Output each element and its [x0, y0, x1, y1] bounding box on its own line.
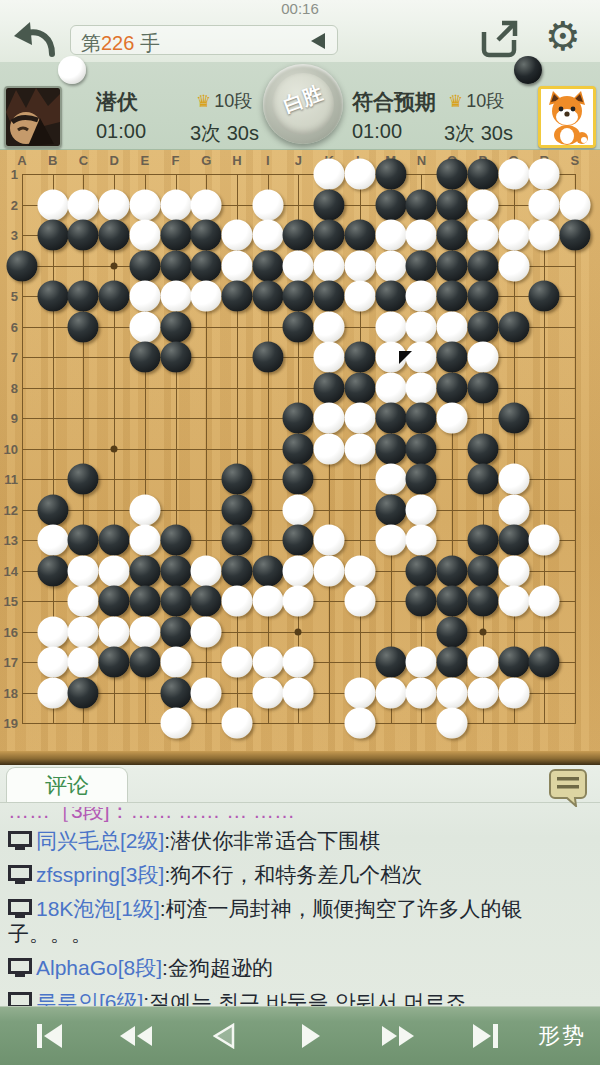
- stone-black: [467, 433, 498, 464]
- stone-white: [498, 494, 529, 525]
- stone-white: [406, 220, 437, 251]
- coord-row-label: 8: [0, 380, 18, 395]
- stone-white: [375, 525, 406, 556]
- stone-black: [129, 342, 160, 373]
- stone-black: [314, 281, 345, 312]
- stone-black: [160, 616, 191, 647]
- step-back-button[interactable]: [189, 1014, 259, 1058]
- stone-white: [344, 677, 375, 708]
- left-player-rank: ♛10段: [196, 89, 252, 113]
- player-bar: 潜伏 ♛10段 01:00 3次 30s 白胜 符合预期 ♛10段 01:00 …: [0, 62, 600, 150]
- stone-black: [498, 403, 529, 434]
- stone-black: [68, 525, 99, 556]
- coord-row-label: 16: [0, 624, 18, 639]
- tab-comments[interactable]: 评论: [6, 767, 128, 803]
- stone-white: [437, 708, 468, 739]
- stone-black: [406, 403, 437, 434]
- stone-black: [37, 220, 68, 251]
- stone-white: [68, 616, 99, 647]
- stone-black: [222, 281, 253, 312]
- stone-black: [222, 525, 253, 556]
- stone-white: [283, 555, 314, 586]
- stone-black: [375, 494, 406, 525]
- coord-column-label: F: [166, 153, 186, 168]
- grid-line-h: [22, 723, 576, 724]
- stone-white: [37, 647, 68, 678]
- coord-column-label: I: [258, 153, 278, 168]
- stone-white: [191, 281, 222, 312]
- stone-white: [222, 220, 253, 251]
- stone-white: [160, 281, 191, 312]
- monitor-icon: [8, 992, 32, 1006]
- stone-white: [406, 647, 437, 678]
- stone-white: [467, 189, 498, 220]
- stone-black: [406, 586, 437, 617]
- comment-user: AlphaGo[8段]: [36, 956, 162, 979]
- comment-message: zfsspring[3段]:狗不行，和特务差几个档次: [8, 862, 592, 887]
- stone-black: [437, 250, 468, 281]
- stone-white: [375, 372, 406, 403]
- coord-row-label: 2: [0, 197, 18, 212]
- stone-white: [467, 647, 498, 678]
- stone-white: [498, 159, 529, 190]
- coord-row-label: 11: [0, 472, 18, 487]
- stone-white: [498, 250, 529, 281]
- stone-black: [252, 555, 283, 586]
- stone-black: [252, 281, 283, 312]
- settings-button[interactable]: ⚙: [540, 10, 586, 62]
- stone-black: [99, 220, 130, 251]
- monitor-icon: [8, 899, 32, 919]
- coord-column-label: H: [227, 153, 247, 168]
- stone-white: [283, 647, 314, 678]
- stone-white: [191, 616, 222, 647]
- stone-black: [99, 525, 130, 556]
- stone-white: [344, 433, 375, 464]
- stone-white: [498, 586, 529, 617]
- stone-black: [160, 677, 191, 708]
- stone-white: [37, 616, 68, 647]
- stone-white: [437, 677, 468, 708]
- stone-white: [283, 250, 314, 281]
- stone-black: [68, 281, 99, 312]
- coord-row-label: 10: [0, 441, 18, 456]
- stone-black: [191, 586, 222, 617]
- stone-black: [375, 159, 406, 190]
- rewind-icon: [137, 1026, 152, 1046]
- comment-user: 同兴毛总[2级]: [36, 829, 164, 852]
- stone-black: [406, 464, 437, 495]
- stone-black: [406, 433, 437, 464]
- stone-white: [129, 616, 160, 647]
- stone-black: [498, 311, 529, 342]
- stone-black: [529, 281, 560, 312]
- gear-icon: ⚙: [545, 14, 581, 58]
- comment-message: 18K泡泡[1级]:柯渣一局封神，顺便掏空了许多人的银子。。。: [8, 896, 592, 946]
- stone-white: [344, 403, 375, 434]
- stone-black: [467, 464, 498, 495]
- stone-black: [160, 525, 191, 556]
- stone-black: [160, 220, 191, 251]
- move-number: 226: [101, 32, 134, 54]
- comments-panel: 评论 ……［3段]：…… …… … …… 同兴毛总[2级]:潜伏你非常适合下围棋…: [0, 765, 600, 1006]
- comment-message: 루루인[6级]:절예는 최근 바둑을 안둬서 머르죠: [8, 989, 592, 1006]
- left-player-time: 01:00: [96, 120, 146, 143]
- coord-row-label: 7: [0, 350, 18, 365]
- stone-white: [314, 403, 345, 434]
- stone-white: [559, 189, 590, 220]
- stone-black: [191, 250, 222, 281]
- stone-white: [406, 677, 437, 708]
- stone-white: [467, 677, 498, 708]
- comment-text: :金狗超逊的: [162, 956, 273, 979]
- stone-black: [222, 464, 253, 495]
- stone-black: [437, 555, 468, 586]
- comment-text: :潜伏你非常适合下围棋: [164, 829, 380, 852]
- stone-white: [222, 586, 253, 617]
- stone-black: [283, 281, 314, 312]
- monitor-icon: [8, 865, 32, 885]
- stone-white: [160, 647, 191, 678]
- stone-black: [437, 342, 468, 373]
- left-player-name: 潜伏: [96, 88, 138, 116]
- fast-forward-icon: [382, 1026, 397, 1046]
- stone-white: [467, 342, 498, 373]
- stone-black: [375, 189, 406, 220]
- stone-white: [529, 525, 560, 556]
- crown-icon: ♛: [448, 92, 463, 111]
- stone-white: [314, 433, 345, 464]
- share-icon: [476, 16, 522, 62]
- stone-black: [375, 647, 406, 678]
- stone-white: [68, 586, 99, 617]
- skip-to-end-button[interactable]: [451, 1014, 521, 1058]
- tab-divider: [0, 802, 600, 803]
- stone-black: [314, 372, 345, 403]
- stone-white: [314, 525, 345, 556]
- stone-black: [37, 281, 68, 312]
- stone-black: [191, 220, 222, 251]
- stone-white: [129, 311, 160, 342]
- stone-white: [37, 677, 68, 708]
- stone-black: [406, 250, 437, 281]
- stone-white: [129, 494, 160, 525]
- stone-black: [375, 403, 406, 434]
- stone-white: [375, 220, 406, 251]
- stone-white: [129, 220, 160, 251]
- stone-white: [283, 494, 314, 525]
- stone-white: [529, 189, 560, 220]
- coord-row-label: 12: [0, 502, 18, 517]
- stone-white: [252, 677, 283, 708]
- coord-row-label: 19: [0, 716, 18, 731]
- stone-white: [498, 220, 529, 251]
- back-button[interactable]: [8, 14, 60, 60]
- stone-white: [529, 159, 560, 190]
- stone-white: [467, 220, 498, 251]
- stone-white: [68, 647, 99, 678]
- stone-black: [68, 311, 99, 342]
- stone-black: [437, 220, 468, 251]
- stone-black: [498, 647, 529, 678]
- stone-white: [99, 189, 130, 220]
- move-suffix: 手: [134, 32, 160, 54]
- stone-white: [375, 311, 406, 342]
- stone-white: [314, 311, 345, 342]
- stone-white: [37, 189, 68, 220]
- stone-white: [344, 586, 375, 617]
- coord-row-label: 1: [0, 167, 18, 182]
- stone-white: [222, 708, 253, 739]
- stone-black: [467, 250, 498, 281]
- stone-black: [437, 586, 468, 617]
- stone-black: [406, 555, 437, 586]
- star-point: [111, 262, 118, 269]
- stone-black: [529, 647, 560, 678]
- stone-white: [222, 250, 253, 281]
- stone-black: [406, 189, 437, 220]
- right-player-rank: ♛10段: [448, 89, 504, 113]
- stone-black: [437, 647, 468, 678]
- white-stone-badge: [58, 56, 86, 84]
- left-avatar-image: [6, 88, 60, 146]
- comment-text: :狗不行，和特务差几个档次: [164, 863, 422, 886]
- stone-white: [529, 586, 560, 617]
- stone-black: [160, 311, 191, 342]
- stone-white: [406, 311, 437, 342]
- comment-user: 18K泡泡[1级]: [36, 897, 160, 920]
- stone-white: [191, 555, 222, 586]
- go-board[interactable]: ABCDEFGHIJKLMNOPQRS123456789101112131415…: [0, 150, 600, 765]
- comment-message: AlphaGo[8段]:金狗超逊的: [8, 955, 592, 980]
- share-button[interactable]: [476, 16, 522, 62]
- stone-white: [375, 677, 406, 708]
- stone-black: [99, 586, 130, 617]
- stone-white: [344, 281, 375, 312]
- stone-white: [344, 250, 375, 281]
- result-button[interactable]: 白胜: [263, 64, 343, 144]
- coord-row-label: 18: [0, 685, 18, 700]
- stone-black: [99, 647, 130, 678]
- stone-white: [129, 525, 160, 556]
- monitor-icon: [8, 831, 32, 851]
- left-player-byoyomi: 3次 30s: [190, 120, 259, 147]
- stone-black: [467, 586, 498, 617]
- star-point: [111, 445, 118, 452]
- coord-row-label: 15: [0, 594, 18, 609]
- stone-white: [283, 677, 314, 708]
- stone-white: [406, 372, 437, 403]
- coord-row-label: 17: [0, 655, 18, 670]
- right-player-time: 01:00: [352, 120, 402, 143]
- stone-black: [283, 403, 314, 434]
- chat-bubble-icon: [546, 769, 590, 807]
- stone-black: [437, 372, 468, 403]
- clock-time: 00:16: [281, 0, 319, 17]
- stone-black: [37, 494, 68, 525]
- stone-white: [252, 189, 283, 220]
- stone-white: [375, 464, 406, 495]
- stone-black: [437, 281, 468, 312]
- stone-white: [191, 677, 222, 708]
- stone-white: [437, 403, 468, 434]
- star-point: [295, 628, 302, 635]
- coord-row-label: 9: [0, 411, 18, 426]
- skip-to-start-button[interactable]: [14, 1014, 84, 1058]
- stone-white: [344, 708, 375, 739]
- stone-black: [7, 250, 38, 281]
- stone-white: [406, 281, 437, 312]
- grid-line-v: [575, 174, 576, 723]
- stone-black: [283, 433, 314, 464]
- clipped-message: ……［3段]：…… …… … ……: [8, 807, 592, 822]
- stone-black: [559, 220, 590, 251]
- board-bottom-edge: [0, 751, 600, 765]
- stone-black: [344, 342, 375, 373]
- stone-black: [467, 555, 498, 586]
- comment-user: zfsspring[3段]: [36, 863, 164, 886]
- stone-white: [406, 494, 437, 525]
- stone-white: [252, 586, 283, 617]
- stone-white: [252, 220, 283, 251]
- right-player-byoyomi: 3次 30s: [444, 120, 513, 147]
- stone-black: [467, 311, 498, 342]
- stone-white: [498, 464, 529, 495]
- step-back-icon: [213, 1023, 235, 1049]
- step-forward-button[interactable]: [276, 1014, 346, 1058]
- stone-white: [375, 250, 406, 281]
- coord-row-label: 5: [0, 289, 18, 304]
- stone-black: [467, 159, 498, 190]
- stone-white: [160, 189, 191, 220]
- stone-black: [437, 159, 468, 190]
- stone-white: [99, 555, 130, 586]
- fast-forward-button[interactable]: [363, 1014, 433, 1058]
- stone-white: [160, 708, 191, 739]
- situation-button[interactable]: 形势: [538, 1021, 586, 1051]
- comment-user: 루루인[6级]: [36, 990, 143, 1006]
- left-player-avatar[interactable]: [4, 86, 62, 148]
- fox-avatar-image: [541, 89, 593, 145]
- stone-white: [129, 281, 160, 312]
- comments-list[interactable]: ……［3段]：…… …… … …… 同兴毛总[2级]:潜伏你非常适合下围棋zfs…: [0, 805, 600, 1006]
- stone-black: [314, 189, 345, 220]
- skip-start-icon: [44, 1024, 62, 1048]
- coord-row-label: 6: [0, 319, 18, 334]
- stone-black: [222, 555, 253, 586]
- stone-white: [314, 555, 345, 586]
- stone-black: [314, 220, 345, 251]
- stone-white: [283, 586, 314, 617]
- stone-white: [129, 189, 160, 220]
- right-player-name: 符合预期: [352, 88, 436, 116]
- stone-black: [160, 555, 191, 586]
- fast-rewind-button[interactable]: [101, 1014, 171, 1058]
- bar-icon: [493, 1024, 498, 1048]
- coord-column-label: S: [565, 153, 585, 168]
- app-screen: 00:16 第226 手 ⚙: [0, 0, 600, 1065]
- comment-message: 同兴毛总[2级]:潜伏你非常适合下围棋: [8, 828, 592, 853]
- stone-black: [467, 372, 498, 403]
- stone-black: [37, 555, 68, 586]
- stone-black: [129, 250, 160, 281]
- coord-row-label: 13: [0, 533, 18, 548]
- coord-column-label: N: [411, 153, 431, 168]
- coord-row-label: 14: [0, 563, 18, 578]
- stone-white: [437, 311, 468, 342]
- stone-white: [314, 159, 345, 190]
- coord-column-label: E: [135, 153, 155, 168]
- stone-black: [68, 220, 99, 251]
- skip-end-icon: [473, 1024, 491, 1048]
- stone-black: [283, 525, 314, 556]
- stone-black: [160, 342, 191, 373]
- stone-white: [99, 616, 130, 647]
- monitor-icon: [8, 958, 32, 978]
- comment-text: :절예는 최근 바둑을 안둬서 머르죠: [143, 990, 466, 1006]
- stone-black: [160, 250, 191, 281]
- bar-icon: [37, 1024, 42, 1048]
- replay-navbar: 形势: [0, 1006, 600, 1065]
- move-prefix: 第: [81, 32, 101, 54]
- stone-white: [68, 555, 99, 586]
- stone-black: [344, 220, 375, 251]
- coord-column-label: D: [104, 153, 124, 168]
- stone-black: [437, 616, 468, 647]
- back-arrow-icon: [8, 14, 60, 60]
- move-marker-triangle: [399, 351, 412, 364]
- stone-black: [68, 677, 99, 708]
- stone-white: [498, 677, 529, 708]
- prev-triangle-icon[interactable]: [311, 33, 325, 49]
- stone-white: [344, 555, 375, 586]
- stone-white: [191, 189, 222, 220]
- rewind-icon: [120, 1026, 135, 1046]
- right-player-avatar[interactable]: [538, 86, 596, 148]
- stone-black: [222, 494, 253, 525]
- stone-black: [283, 220, 314, 251]
- stone-black: [283, 464, 314, 495]
- coord-column-label: G: [196, 153, 216, 168]
- coord-column-label: C: [73, 153, 93, 168]
- stone-black: [283, 311, 314, 342]
- chat-bubble-button[interactable]: [546, 769, 590, 807]
- coord-column-label: J: [288, 153, 308, 168]
- stone-black: [68, 464, 99, 495]
- stone-white: [68, 189, 99, 220]
- move-number-box[interactable]: 第226 手: [70, 25, 338, 55]
- stone-white: [222, 647, 253, 678]
- stone-black: [375, 281, 406, 312]
- stone-white: [252, 647, 283, 678]
- crown-icon: ♛: [196, 92, 211, 111]
- stone-white: [37, 525, 68, 556]
- stone-white: [498, 555, 529, 586]
- step-forward-icon: [302, 1024, 320, 1048]
- stone-black: [344, 372, 375, 403]
- stone-black: [160, 586, 191, 617]
- stone-black: [375, 433, 406, 464]
- stone-black: [467, 281, 498, 312]
- coord-column-label: B: [43, 153, 63, 168]
- stone-black: [467, 525, 498, 556]
- top-bar: 第226 手 ⚙: [0, 22, 600, 62]
- stone-white: [344, 159, 375, 190]
- stone-black: [129, 647, 160, 678]
- stone-black: [498, 525, 529, 556]
- stone-black: [437, 189, 468, 220]
- coord-row-label: 3: [0, 228, 18, 243]
